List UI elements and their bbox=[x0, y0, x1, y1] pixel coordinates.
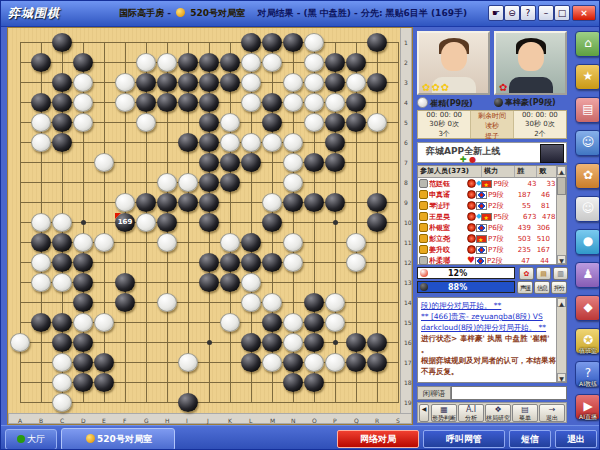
black-time: 00: 00: 00 bbox=[514, 111, 566, 119]
white-stone bbox=[304, 93, 324, 112]
black-bar-value: 88% bbox=[448, 282, 467, 293]
ring-badge-icon bbox=[467, 234, 476, 243]
black-stone bbox=[241, 353, 261, 372]
white-stone bbox=[304, 53, 324, 72]
close-button[interactable]: × bbox=[572, 5, 596, 21]
toolbar-button-label: 棋局研究 bbox=[486, 414, 510, 421]
black-player-photo: ✿ bbox=[494, 31, 567, 95]
white-stone bbox=[31, 113, 51, 132]
white-stone bbox=[283, 233, 303, 252]
row-number-label: 15 bbox=[404, 319, 412, 326]
white-stone bbox=[94, 313, 114, 332]
robot-icon[interactable]: ☺ bbox=[575, 130, 600, 156]
cn-flag-icon: ★ bbox=[481, 213, 492, 221]
shop-icon[interactable]: ▤ bbox=[575, 97, 600, 123]
white-player-flowers: ✿✿✿ bbox=[422, 82, 450, 93]
row-number-label: 4 bbox=[404, 99, 408, 106]
white-stone bbox=[346, 233, 366, 252]
black-stone bbox=[241, 33, 261, 52]
white-stone bbox=[52, 353, 72, 372]
black-stone bbox=[52, 73, 72, 92]
row-number-label: 5 bbox=[404, 119, 408, 126]
black-stone bbox=[136, 73, 156, 92]
star-point bbox=[333, 340, 338, 345]
black-player-body bbox=[509, 77, 553, 93]
white-stone bbox=[52, 273, 72, 292]
game-research-icon: ❖ bbox=[486, 405, 510, 414]
clock-label: 提子 bbox=[471, 131, 512, 141]
black-stone bbox=[178, 53, 198, 72]
white-stone bbox=[73, 93, 93, 112]
black-stone bbox=[52, 93, 72, 112]
help-icon[interactable]: ? bbox=[520, 5, 536, 21]
ball-icon[interactable]: ● bbox=[575, 229, 600, 255]
white-stone bbox=[157, 53, 177, 72]
black-stone bbox=[325, 53, 345, 72]
black-stone bbox=[52, 33, 72, 52]
participant-losses: 306 bbox=[531, 224, 550, 232]
col-letter-label: C bbox=[60, 417, 64, 424]
row-number-label: 8 bbox=[404, 179, 408, 186]
scroll-up-icon[interactable]: ▲ bbox=[557, 166, 566, 175]
participant-name[interactable]: 王星昊 bbox=[429, 212, 467, 222]
white-player-name-row: 崔精(P9段) bbox=[417, 97, 492, 108]
row-number-label: 10 bbox=[404, 219, 412, 226]
white-stone bbox=[241, 133, 261, 152]
black-stone bbox=[178, 133, 198, 152]
list-item[interactable]: 朴柔瑯♥P2段4744 bbox=[418, 255, 566, 266]
thumb-up-icon bbox=[419, 245, 428, 254]
game-status-message: 根据弈城规则及对局者的认可，本结果将不再反复。 bbox=[421, 355, 556, 377]
stop-icon[interactable]: ⊖ bbox=[504, 5, 520, 21]
black-stone bbox=[31, 233, 51, 252]
black-stone bbox=[178, 193, 198, 212]
case-button[interactable]: ▤ bbox=[536, 267, 551, 280]
black-stone bbox=[220, 173, 240, 192]
participant-wins: 43 bbox=[516, 180, 536, 188]
black-stone bbox=[115, 273, 135, 292]
list-item[interactable]: 范廷钰◆★P9段4333 bbox=[418, 178, 566, 189]
black-stone bbox=[220, 53, 240, 72]
col-letter-label: O bbox=[312, 417, 317, 424]
black-stone bbox=[304, 333, 324, 352]
white-stone bbox=[346, 253, 366, 272]
thumb-up-icon bbox=[419, 223, 428, 232]
quit-button[interactable]: 退出 bbox=[555, 430, 597, 448]
participant-wins: 55 bbox=[511, 202, 531, 210]
black-stone bbox=[283, 373, 303, 392]
black-stone bbox=[220, 153, 240, 172]
black-stone bbox=[199, 53, 219, 72]
scroll-thumb[interactable] bbox=[557, 177, 566, 195]
white-stone bbox=[157, 293, 177, 312]
white-stone bbox=[262, 53, 282, 72]
exit-button[interactable]: →退出 bbox=[539, 404, 565, 422]
white-stone bbox=[241, 273, 261, 292]
black-stone bbox=[367, 73, 387, 92]
thumb-up-icon bbox=[419, 256, 428, 265]
white-stone bbox=[283, 253, 303, 272]
black-stone bbox=[346, 353, 366, 372]
chat-scrollbar[interactable]: ▲ ▼ bbox=[556, 298, 566, 382]
black-stone bbox=[136, 193, 156, 212]
black-stone bbox=[136, 93, 156, 112]
white-player-name: 崔精(P9段) bbox=[430, 99, 473, 108]
title-bar: 弈城围棋 国际高手房 - 520号对局室 对局结果 - (黑 中盘胜) - 分先… bbox=[1, 1, 600, 27]
white-stone bbox=[115, 73, 135, 92]
row-number-label: 3 bbox=[404, 79, 408, 86]
ai-coach-icon-label: AI教练 bbox=[574, 381, 600, 387]
black-stone bbox=[220, 273, 240, 292]
black-stone bbox=[325, 133, 345, 152]
black-ball-icon bbox=[420, 283, 428, 291]
participant-losses: 478 bbox=[536, 213, 555, 221]
black-stone bbox=[199, 133, 219, 152]
white-stone bbox=[346, 73, 366, 92]
white-stone bbox=[325, 313, 345, 332]
black-player-name: 辜梓豪(P9段) bbox=[505, 98, 556, 107]
black-byoyomi: 30秒 0次 bbox=[514, 119, 566, 129]
white-stone bbox=[52, 213, 72, 232]
ring-badge-icon bbox=[467, 245, 476, 254]
cheer-button[interactable]: 声援 bbox=[517, 281, 533, 294]
black-stone bbox=[31, 93, 51, 112]
black-stone bbox=[283, 353, 303, 372]
black-stone bbox=[346, 93, 366, 112]
header-members[interactable]: 参加人员(373) bbox=[418, 166, 482, 177]
info-button[interactable]: 信息 bbox=[534, 281, 550, 294]
black-stone bbox=[325, 153, 345, 172]
black-stone bbox=[73, 53, 93, 72]
white-stone bbox=[31, 253, 51, 272]
white-stone bbox=[157, 233, 177, 252]
white-stone bbox=[241, 53, 261, 72]
black-stone bbox=[52, 253, 72, 272]
white-stone bbox=[220, 133, 240, 152]
game-result-text: 对局结果 - (黑 中盘胜) - 分先: 黑贴6目半 (169手) bbox=[258, 8, 468, 18]
col-letter-label: B bbox=[39, 417, 43, 424]
treasure-icon[interactable]: ◆ bbox=[575, 295, 600, 321]
participant-rank: P7段 bbox=[488, 245, 511, 255]
chat-log[interactable]: 段)的押分对局开始。 **** [466]贵宾- zeyuangba(8段) V… bbox=[417, 297, 567, 383]
list-item[interactable]: 彭立尧★P7段503510 bbox=[418, 233, 566, 244]
white-stone bbox=[262, 193, 282, 212]
white-stone bbox=[73, 313, 93, 332]
white-stone bbox=[241, 93, 261, 112]
white-clock: 00: 00: 00 30秒 0次 3个 bbox=[418, 111, 470, 138]
ring-badge-icon bbox=[467, 212, 476, 221]
black-stone bbox=[262, 253, 282, 272]
kr-flag-icon bbox=[476, 246, 487, 254]
black-stone bbox=[304, 313, 324, 332]
white-stone bbox=[325, 293, 345, 312]
black-player-name-row: 辜梓豪(P9段) bbox=[494, 97, 569, 108]
white-stone bbox=[283, 93, 303, 112]
tiger-icon[interactable]: ✿ bbox=[575, 163, 600, 189]
participant-name[interactable]: 彭立尧 bbox=[429, 234, 467, 244]
black-stone bbox=[73, 273, 93, 292]
lobby-button[interactable]: 大厅 bbox=[5, 429, 57, 450]
minimize-button[interactable]: – bbox=[538, 5, 554, 21]
room-tab-icon bbox=[86, 434, 95, 443]
kr-flag-icon bbox=[476, 224, 487, 232]
black-stone bbox=[367, 333, 387, 352]
net-game-button[interactable]: 网络对局 bbox=[337, 430, 419, 448]
white-stone bbox=[283, 333, 303, 352]
ai-coach-icon[interactable]: ?AI教练 bbox=[575, 361, 600, 387]
scroll-down-icon[interactable]: ▼ bbox=[557, 255, 566, 264]
participant-name[interactable]: 朴银室 bbox=[429, 223, 467, 233]
white-captures: 3个 bbox=[418, 129, 470, 139]
list-item[interactable]: 王星昊◆★P5段673478 bbox=[418, 211, 566, 222]
participant-rank: P2段 bbox=[487, 256, 510, 266]
medal-icon[interactable]: ★ bbox=[575, 64, 600, 90]
list-item[interactable]: 琴沚玗P2段5581 bbox=[418, 200, 566, 211]
white-player-photo: ✿✿✿ bbox=[417, 31, 490, 95]
duty-room-icon[interactable]: ✪值班室 bbox=[575, 328, 600, 354]
col-letter-label: I bbox=[186, 417, 188, 424]
participant-rank: P7段 bbox=[488, 234, 511, 244]
black-stone bbox=[220, 253, 240, 272]
store-icons: ✚ ● bbox=[460, 155, 476, 164]
list-item[interactable]: 朴银室P6段439306 bbox=[418, 222, 566, 233]
white-stone bbox=[136, 53, 156, 72]
nav-left-icon[interactable]: ◀ bbox=[419, 404, 429, 422]
chat-scroll-up-icon[interactable]: ▲ bbox=[557, 298, 566, 307]
participant-name[interactable]: 姜升旼 bbox=[429, 245, 467, 255]
clock-label: 读秒 bbox=[471, 121, 512, 131]
participant-rank: P6段 bbox=[488, 223, 511, 233]
kr-flag-icon bbox=[476, 191, 487, 199]
black-stone bbox=[94, 373, 114, 392]
col-letter-label: K bbox=[228, 417, 232, 424]
participant-wins: 235 bbox=[511, 246, 531, 254]
white-stone bbox=[73, 73, 93, 92]
room-tab[interactable]: 520号对局室 bbox=[61, 428, 175, 450]
goban[interactable]: 1A2B3C4D5E6F7G8H9I10J11K12L13M14N15O16P1… bbox=[7, 27, 413, 425]
col-letter-ruler bbox=[8, 413, 412, 424]
chat-input-label: 闲聊语 bbox=[417, 386, 451, 400]
white-stone bbox=[52, 373, 72, 392]
grid-line bbox=[230, 42, 231, 403]
member-icon[interactable]: ♟ bbox=[575, 262, 600, 288]
maximize-button[interactable]: □ bbox=[554, 5, 570, 21]
bet-button[interactable]: 押分 bbox=[551, 281, 567, 294]
room-number[interactable]: 520号对局室 bbox=[190, 8, 245, 18]
cn-flag-icon: ★ bbox=[481, 180, 492, 188]
white-stone bbox=[220, 113, 240, 132]
app-banner[interactable]: 弈城APP全新上线 ✚ ● bbox=[417, 142, 567, 163]
row-number-label: 19 bbox=[404, 399, 412, 406]
black-stone bbox=[241, 153, 261, 172]
home-icon[interactable]: ⌂ bbox=[575, 31, 600, 57]
black-stone bbox=[157, 73, 177, 92]
black-stone bbox=[157, 93, 177, 112]
participant-wins: 503 bbox=[511, 235, 531, 243]
black-stone bbox=[178, 73, 198, 92]
participant-losses: 46 bbox=[531, 191, 550, 199]
white-stone bbox=[136, 213, 156, 232]
black-stone bbox=[199, 273, 219, 292]
black-stone bbox=[346, 113, 366, 132]
star-point bbox=[81, 220, 86, 225]
hand-tool-icon[interactable]: ☛ bbox=[488, 5, 504, 21]
white-stone bbox=[136, 113, 156, 132]
black-stone bbox=[262, 93, 282, 112]
black-stone bbox=[115, 293, 135, 312]
black-stone bbox=[52, 233, 72, 252]
white-byoyomi: 30秒 0次 bbox=[418, 119, 470, 129]
chat-input[interactable] bbox=[451, 386, 567, 400]
black-stone bbox=[262, 333, 282, 352]
black-stone bbox=[367, 353, 387, 372]
participant-name[interactable]: 琴沚玗 bbox=[429, 201, 467, 211]
header-win[interactable]: 胜 bbox=[515, 166, 537, 177]
participant-losses: 44 bbox=[530, 257, 549, 265]
white-stone bbox=[304, 113, 324, 132]
white-stone bbox=[283, 133, 303, 152]
participant-wins: 439 bbox=[511, 224, 531, 232]
black-stone bbox=[199, 73, 219, 92]
clock-label: 剩余时间 bbox=[471, 111, 512, 121]
white-stone bbox=[325, 93, 345, 112]
col-letter-label: P bbox=[333, 417, 337, 424]
black-stone bbox=[325, 193, 345, 212]
black-stone bbox=[367, 213, 387, 232]
black-stone bbox=[199, 253, 219, 272]
black-stone bbox=[199, 93, 219, 112]
white-stone bbox=[220, 313, 240, 332]
participant-wins: 673 bbox=[516, 213, 536, 221]
white-stone-icon bbox=[417, 97, 428, 108]
black-stone bbox=[52, 113, 72, 132]
white-stone bbox=[10, 333, 30, 352]
black-stone bbox=[52, 333, 72, 352]
black-stone bbox=[346, 333, 366, 352]
row-number-label: 14 bbox=[404, 299, 412, 306]
white-stone bbox=[73, 113, 93, 132]
situation-judge-button[interactable]: ▦形势判断 bbox=[431, 404, 457, 422]
white-stone bbox=[304, 73, 324, 92]
situation-judge-icon: ▦ bbox=[432, 405, 456, 414]
black-stone bbox=[304, 153, 324, 172]
white-support-bar: 12% bbox=[417, 267, 515, 279]
black-stone bbox=[31, 53, 51, 72]
phone-image bbox=[540, 144, 564, 163]
col-letter-label: H bbox=[165, 417, 170, 424]
header-rank[interactable]: 棋力 bbox=[482, 166, 515, 177]
black-stone bbox=[304, 373, 324, 392]
list-header: 参加人员(373) 棋力 胜 败 bbox=[418, 166, 566, 178]
participant-name[interactable]: 申真谞 bbox=[429, 190, 467, 200]
white-stone bbox=[304, 33, 324, 52]
black-clock: 00: 00: 00 30秒 0次 2个 bbox=[514, 111, 566, 138]
row-number-label: 6 bbox=[404, 139, 408, 146]
clock-labels: 剩余时间读秒提子 bbox=[470, 111, 513, 138]
thumb-up-icon bbox=[419, 212, 428, 221]
black-stone bbox=[73, 353, 93, 372]
white-stone bbox=[31, 133, 51, 152]
white-stone bbox=[52, 393, 72, 412]
black-stone bbox=[199, 213, 219, 232]
bottom-toolbar: ◀ ▦形势判断A.I分析❖棋局研究▤菜单→退出 bbox=[417, 402, 567, 423]
col-letter-label: A bbox=[18, 417, 22, 424]
chat-scroll-down-icon[interactable]: ▼ bbox=[557, 373, 566, 382]
row-number-label: 1 bbox=[404, 39, 408, 46]
white-stone bbox=[262, 133, 282, 152]
rabbit-icon[interactable]: ☺ bbox=[575, 196, 600, 222]
header-loss[interactable]: 败 bbox=[537, 166, 557, 177]
row-number-label: 11 bbox=[404, 239, 412, 246]
col-letter-label: R bbox=[375, 417, 379, 424]
ai-live-icon[interactable]: ▶AI直播 bbox=[575, 394, 600, 420]
col-letter-label: Q bbox=[354, 417, 359, 424]
kr-flag-icon bbox=[476, 202, 487, 210]
white-stone bbox=[31, 213, 51, 232]
col-letter-label: E bbox=[102, 417, 106, 424]
toolbar-button-label: 退出 bbox=[546, 414, 558, 421]
ai-analysis-button[interactable]: A.I分析 bbox=[458, 404, 484, 422]
room-icon bbox=[176, 8, 185, 17]
grid-line bbox=[398, 42, 399, 403]
white-stone bbox=[283, 173, 303, 192]
menu-button[interactable]: ▤菜单 bbox=[512, 404, 538, 422]
exit-icon: → bbox=[540, 405, 564, 414]
white-stone bbox=[157, 173, 177, 192]
rose-button[interactable]: ✿ bbox=[519, 267, 534, 280]
black-stone bbox=[73, 373, 93, 392]
files-button[interactable]: ▥ bbox=[553, 267, 568, 280]
row-number-label: 7 bbox=[404, 159, 408, 166]
participant-list[interactable]: 参加人员(373) 棋力 胜 败 范廷钰◆★P9段4333申真谞P9段18746… bbox=[417, 165, 567, 265]
call-admin-button[interactable]: 呼叫网管 bbox=[423, 430, 505, 448]
black-stone bbox=[241, 233, 261, 252]
game-client-window: 弈城围棋 国际高手房 - 520号对局室 对局结果 - (黑 中盘胜) - 分先… bbox=[0, 0, 600, 450]
white-stone bbox=[94, 233, 114, 252]
game-research-button[interactable]: ❖棋局研究 bbox=[485, 404, 511, 422]
participant-losses: 81 bbox=[531, 202, 550, 210]
red-ball-icon bbox=[420, 269, 428, 277]
participant-name[interactable]: 范廷钰 bbox=[429, 179, 467, 189]
black-stone bbox=[73, 253, 93, 272]
white-stone bbox=[241, 293, 261, 312]
sms-button[interactable]: 短信 bbox=[509, 430, 551, 448]
participant-losses: 33 bbox=[536, 180, 555, 188]
black-stone bbox=[241, 333, 261, 352]
row-number-label: 2 bbox=[404, 59, 408, 66]
white-stone bbox=[31, 273, 51, 292]
black-stone bbox=[283, 33, 303, 52]
room-info: 国际高手房 - 520号对局室 对局结果 - (黑 中盘胜) - 分先: 黑贴6… bbox=[119, 7, 467, 20]
participant-wins: 187 bbox=[511, 191, 531, 199]
last-move-number: 169 bbox=[115, 218, 135, 226]
black-stone bbox=[178, 393, 198, 412]
thumb-up-icon bbox=[419, 179, 428, 188]
white-stone bbox=[241, 73, 261, 92]
list-scrollbar[interactable]: ▲ ▼ bbox=[556, 166, 566, 264]
black-stone bbox=[367, 33, 387, 52]
black-stone bbox=[325, 113, 345, 132]
kr-flag-icon bbox=[475, 257, 486, 265]
list-item[interactable]: 申真谞P9段18746 bbox=[418, 189, 566, 200]
row-number-label: 9 bbox=[404, 199, 408, 206]
black-stone bbox=[157, 213, 177, 232]
black-stone bbox=[304, 293, 324, 312]
list-item[interactable]: 姜升旼P7段235167 bbox=[418, 244, 566, 255]
star-point bbox=[333, 220, 338, 225]
participant-name[interactable]: 朴柔瑯 bbox=[429, 256, 467, 266]
row-number-label: 12 bbox=[404, 259, 412, 266]
